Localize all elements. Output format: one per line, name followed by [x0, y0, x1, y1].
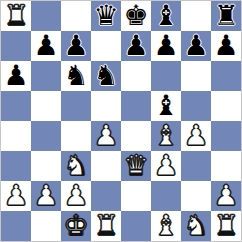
white-king-piece[interactable]: ♚ — [63, 211, 88, 241]
square-g3[interactable] — [181, 151, 211, 181]
white-rook-piece[interactable]: ♜ — [93, 211, 118, 241]
square-c7[interactable]: ♟ — [61, 31, 91, 61]
square-c8[interactable] — [61, 1, 91, 31]
square-g5[interactable] — [181, 91, 211, 121]
square-h5[interactable] — [211, 91, 241, 121]
black-knight-piece[interactable]: ♞ — [63, 61, 88, 91]
white-pawn-piece[interactable]: ♟ — [93, 121, 118, 151]
square-h2[interactable]: ♟ — [211, 181, 241, 211]
square-f8[interactable]: ♝ — [151, 1, 181, 31]
white-pawn-piece[interactable]: ♟ — [3, 181, 28, 211]
square-h7[interactable]: ♟ — [211, 31, 241, 61]
white-knight-piece[interactable]: ♞ — [183, 211, 208, 241]
square-g8[interactable] — [181, 1, 211, 31]
square-h6[interactable] — [211, 61, 241, 91]
square-c5[interactable] — [61, 91, 91, 121]
square-f3[interactable]: ♟ — [151, 151, 181, 181]
square-g1[interactable]: ♞ — [181, 211, 211, 241]
square-e3[interactable]: ♛ — [121, 151, 151, 181]
square-d6[interactable]: ♞ — [91, 61, 121, 91]
square-c3[interactable]: ♞ — [61, 151, 91, 181]
square-a3[interactable] — [1, 151, 31, 181]
square-e5[interactable] — [121, 91, 151, 121]
white-queen-piece[interactable]: ♛ — [123, 151, 148, 181]
square-g2[interactable] — [181, 181, 211, 211]
white-pawn-piece[interactable]: ♟ — [213, 181, 238, 211]
square-c6[interactable]: ♞ — [61, 61, 91, 91]
square-c2[interactable]: ♟ — [61, 181, 91, 211]
black-rook-piece[interactable]: ♜ — [213, 1, 238, 31]
square-c4[interactable] — [61, 121, 91, 151]
square-e2[interactable] — [121, 181, 151, 211]
square-f7[interactable]: ♟ — [151, 31, 181, 61]
square-g6[interactable] — [181, 61, 211, 91]
chess-board: ♜♛♚♝♜♟♟♟♟♟♟♟♞♞♝♟♝♟♞♛♟♟♟♟♟♚♜♝♞♜ — [0, 0, 242, 242]
square-f4[interactable]: ♝ — [151, 121, 181, 151]
square-e1[interactable] — [121, 211, 151, 241]
square-g7[interactable]: ♟ — [181, 31, 211, 61]
square-e8[interactable]: ♚ — [121, 1, 151, 31]
square-f5[interactable]: ♝ — [151, 91, 181, 121]
square-a8[interactable]: ♜ — [1, 1, 31, 31]
white-pawn-piece[interactable]: ♟ — [63, 181, 88, 211]
square-c1[interactable]: ♚ — [61, 211, 91, 241]
square-b7[interactable]: ♟ — [31, 31, 61, 61]
black-queen-piece[interactable]: ♛ — [93, 1, 118, 31]
square-e7[interactable]: ♟ — [121, 31, 151, 61]
white-pawn-piece[interactable]: ♟ — [183, 121, 208, 151]
black-pawn-piece[interactable]: ♟ — [123, 31, 148, 61]
white-rook-piece[interactable]: ♜ — [213, 211, 238, 241]
black-pawn-piece[interactable]: ♟ — [153, 31, 178, 61]
black-king-piece[interactable]: ♚ — [123, 1, 148, 31]
square-b2[interactable]: ♟ — [31, 181, 61, 211]
white-pawn-piece[interactable]: ♟ — [33, 181, 58, 211]
square-d2[interactable] — [91, 181, 121, 211]
square-b8[interactable] — [31, 1, 61, 31]
square-a7[interactable] — [1, 31, 31, 61]
black-pawn-piece[interactable]: ♟ — [183, 31, 208, 61]
square-d8[interactable]: ♛ — [91, 1, 121, 31]
white-bishop-piece[interactable]: ♝ — [153, 211, 178, 241]
square-h1[interactable]: ♜ — [211, 211, 241, 241]
black-bishop-piece[interactable]: ♝ — [153, 1, 178, 31]
square-d3[interactable] — [91, 151, 121, 181]
square-a2[interactable]: ♟ — [1, 181, 31, 211]
white-pawn-piece[interactable]: ♟ — [153, 151, 178, 181]
black-bishop-piece[interactable]: ♝ — [153, 91, 178, 121]
square-b3[interactable] — [31, 151, 61, 181]
square-b1[interactable] — [31, 211, 61, 241]
square-a5[interactable] — [1, 91, 31, 121]
square-b6[interactable] — [31, 61, 61, 91]
square-d1[interactable]: ♜ — [91, 211, 121, 241]
square-d5[interactable] — [91, 91, 121, 121]
square-h8[interactable]: ♜ — [211, 1, 241, 31]
black-pawn-piece[interactable]: ♟ — [63, 31, 88, 61]
square-h4[interactable] — [211, 121, 241, 151]
black-knight-piece[interactable]: ♞ — [93, 61, 118, 91]
square-e6[interactable] — [121, 61, 151, 91]
black-pawn-piece[interactable]: ♟ — [3, 61, 28, 91]
white-knight-piece[interactable]: ♞ — [63, 151, 88, 181]
black-pawn-piece[interactable]: ♟ — [213, 31, 238, 61]
square-f1[interactable]: ♝ — [151, 211, 181, 241]
square-f6[interactable] — [151, 61, 181, 91]
square-h3[interactable] — [211, 151, 241, 181]
square-a4[interactable] — [1, 121, 31, 151]
square-a6[interactable]: ♟ — [1, 61, 31, 91]
square-d4[interactable]: ♟ — [91, 121, 121, 151]
white-bishop-piece[interactable]: ♝ — [153, 121, 178, 151]
square-b5[interactable] — [31, 91, 61, 121]
square-a1[interactable] — [1, 211, 31, 241]
square-e4[interactable] — [121, 121, 151, 151]
square-d7[interactable] — [91, 31, 121, 61]
square-g4[interactable]: ♟ — [181, 121, 211, 151]
square-f2[interactable] — [151, 181, 181, 211]
white-rook-piece[interactable]: ♜ — [3, 1, 28, 31]
black-pawn-piece[interactable]: ♟ — [33, 31, 58, 61]
square-b4[interactable] — [31, 121, 61, 151]
